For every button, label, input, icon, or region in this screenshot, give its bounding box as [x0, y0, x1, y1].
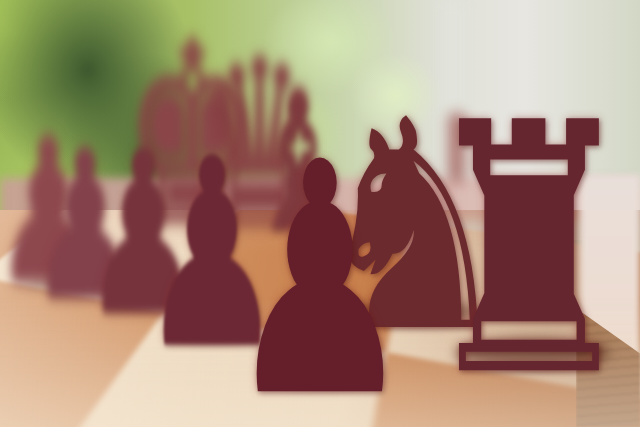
pawn-piece-front: ♟	[225, 120, 414, 427]
chess-photo-scene: ♚ ♛ ♝ ♟ ♟ ♟ ♟ ♞ ♟ ♜	[0, 0, 640, 427]
rook-piece: ♜	[418, 78, 640, 423]
